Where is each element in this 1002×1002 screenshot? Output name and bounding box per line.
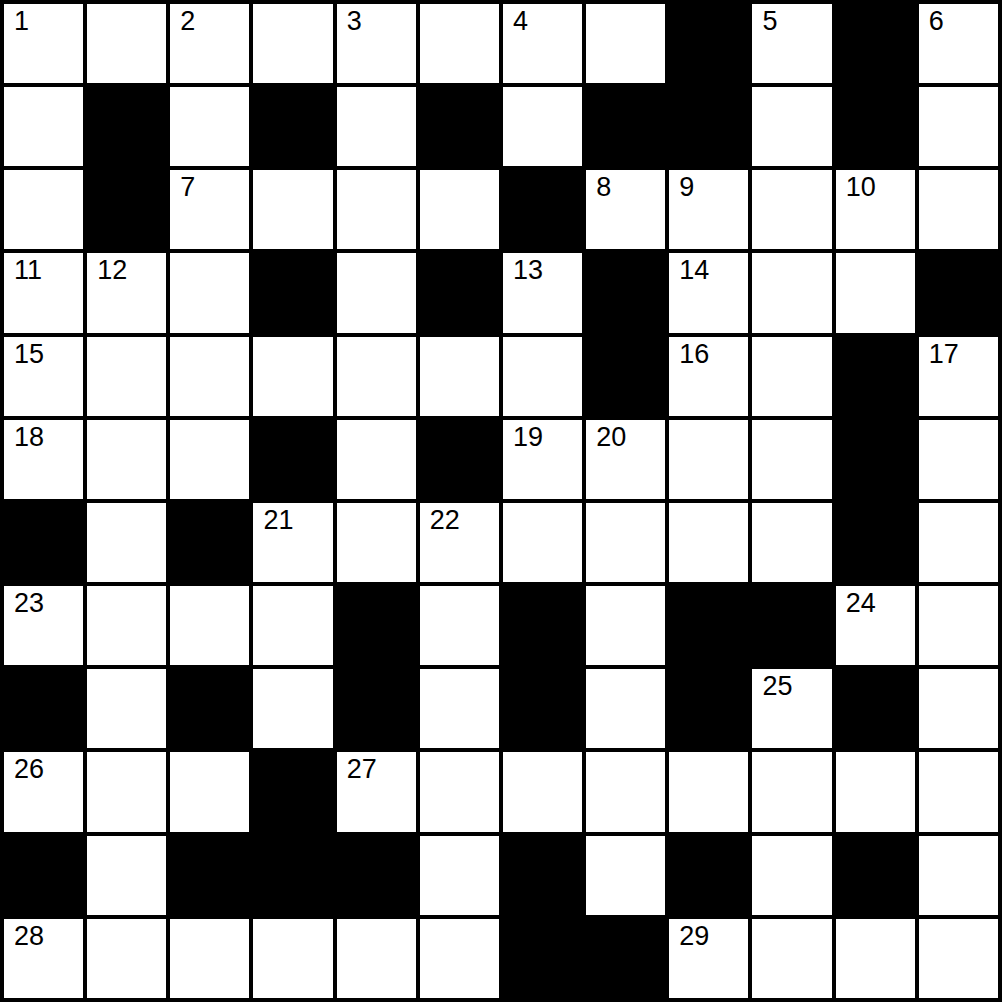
block-cell-r4c7 <box>586 337 665 416</box>
block-cell-r10c8 <box>669 836 748 915</box>
clue-number-14: 14 <box>679 257 709 284</box>
clue-number-26: 26 <box>14 756 44 783</box>
grid-cell-r7c5[interactable] <box>420 586 499 665</box>
grid-cell-r5c0[interactable]: 18 <box>4 420 83 499</box>
grid-cell-r0c5[interactable] <box>420 4 499 83</box>
grid-cell-r0c6[interactable]: 4 <box>503 4 582 83</box>
grid-cell-r6c1[interactable] <box>87 503 166 582</box>
grid-cell-r6c6[interactable] <box>503 503 582 582</box>
grid-cell-r7c3[interactable] <box>253 586 332 665</box>
grid-cell-r0c4[interactable]: 3 <box>337 4 416 83</box>
grid-cell-r1c9[interactable] <box>752 87 831 166</box>
block-cell-r6c10 <box>836 503 915 582</box>
grid-cell-r4c1[interactable] <box>87 337 166 416</box>
grid-cell-r6c8[interactable] <box>669 503 748 582</box>
clue-number-5: 5 <box>762 8 777 35</box>
clue-number-9: 9 <box>679 174 694 201</box>
grid-cell-r11c10[interactable] <box>836 919 915 998</box>
block-cell-r3c3 <box>253 253 332 332</box>
grid-cell-r3c0[interactable]: 11 <box>4 253 83 332</box>
grid-cell-r5c2[interactable] <box>170 420 249 499</box>
block-cell-r10c0 <box>4 836 83 915</box>
grid-cell-r10c9[interactable] <box>752 836 831 915</box>
grid-cell-r3c1[interactable]: 12 <box>87 253 166 332</box>
grid-cell-r3c9[interactable] <box>752 253 831 332</box>
grid-cell-r5c7[interactable]: 20 <box>586 420 665 499</box>
grid-cell-r11c4[interactable] <box>337 919 416 998</box>
grid-cell-r11c8[interactable]: 29 <box>669 919 748 998</box>
block-cell-r1c7 <box>586 87 665 166</box>
grid-cell-r5c4[interactable] <box>337 420 416 499</box>
grid-cell-r0c9[interactable]: 5 <box>752 4 831 83</box>
grid-cell-r6c9[interactable] <box>752 503 831 582</box>
grid-cell-r0c2[interactable]: 2 <box>170 4 249 83</box>
grid-cell-r0c1[interactable] <box>87 4 166 83</box>
grid-cell-r2c0[interactable] <box>4 170 83 249</box>
block-cell-r8c0 <box>4 669 83 748</box>
grid-cell-r11c2[interactable] <box>170 919 249 998</box>
clue-number-12: 12 <box>97 257 127 284</box>
block-cell-r0c8 <box>669 4 748 83</box>
grid-cell-r7c10[interactable]: 24 <box>836 586 915 665</box>
clue-number-3: 3 <box>347 8 362 35</box>
clue-number-8: 8 <box>596 174 611 201</box>
grid-cell-r11c3[interactable] <box>253 919 332 998</box>
grid-cell-r2c10[interactable]: 10 <box>836 170 915 249</box>
grid-cell-r3c6[interactable]: 13 <box>503 253 582 332</box>
grid-cell-r9c11[interactable] <box>919 752 998 831</box>
grid-cell-r2c2[interactable]: 7 <box>170 170 249 249</box>
grid-cell-r6c5[interactable]: 22 <box>420 503 499 582</box>
grid-cell-r4c4[interactable] <box>337 337 416 416</box>
grid-cell-r7c2[interactable] <box>170 586 249 665</box>
grid-cell-r1c4[interactable] <box>337 87 416 166</box>
grid-cell-r0c11[interactable]: 6 <box>919 4 998 83</box>
grid-cell-r7c1[interactable] <box>87 586 166 665</box>
grid-cell-r4c9[interactable] <box>752 337 831 416</box>
block-cell-r10c4 <box>337 836 416 915</box>
crossword-board: 1234567891011121314151617181920212223242… <box>0 0 1002 1002</box>
block-cell-r11c7 <box>586 919 665 998</box>
clue-number-1: 1 <box>14 8 29 35</box>
block-cell-r2c1 <box>87 170 166 249</box>
clue-number-11: 11 <box>14 257 42 284</box>
grid-cell-r10c7[interactable] <box>586 836 665 915</box>
clue-number-27: 27 <box>347 756 377 783</box>
grid-cell-r2c9[interactable] <box>752 170 831 249</box>
block-cell-r1c10 <box>836 87 915 166</box>
clue-number-15: 15 <box>14 341 44 368</box>
grid-cell-r6c7[interactable] <box>586 503 665 582</box>
block-cell-r7c6 <box>503 586 582 665</box>
grid-cell-r2c3[interactable] <box>253 170 332 249</box>
clue-number-16: 16 <box>679 341 709 368</box>
grid-cell-r8c7[interactable] <box>586 669 665 748</box>
grid-cell-r2c11[interactable] <box>919 170 998 249</box>
block-cell-r11c6 <box>503 919 582 998</box>
clue-number-18: 18 <box>14 424 44 451</box>
clue-number-23: 23 <box>14 590 44 617</box>
grid-cell-r7c11[interactable] <box>919 586 998 665</box>
grid-cell-r9c2[interactable] <box>170 752 249 831</box>
grid-cell-r3c4[interactable] <box>337 253 416 332</box>
grid-cell-r9c10[interactable] <box>836 752 915 831</box>
grid-cell-r8c3[interactable] <box>253 669 332 748</box>
grid-cell-r9c4[interactable]: 27 <box>337 752 416 831</box>
clue-number-4: 4 <box>513 8 528 35</box>
grid-cell-r10c5[interactable] <box>420 836 499 915</box>
grid-cell-r9c1[interactable] <box>87 752 166 831</box>
clue-number-19: 19 <box>513 424 543 451</box>
grid-cell-r9c9[interactable] <box>752 752 831 831</box>
block-cell-r3c5 <box>420 253 499 332</box>
grid-cell-r0c7[interactable] <box>586 4 665 83</box>
grid-cell-r11c9[interactable] <box>752 919 831 998</box>
grid-cell-r3c8[interactable]: 14 <box>669 253 748 332</box>
grid-cell-r11c0[interactable]: 28 <box>4 919 83 998</box>
grid-cell-r3c2[interactable] <box>170 253 249 332</box>
grid-cell-r9c8[interactable] <box>669 752 748 831</box>
grid-cell-r11c11[interactable] <box>919 919 998 998</box>
block-cell-r8c2 <box>170 669 249 748</box>
grid-cell-r11c5[interactable] <box>420 919 499 998</box>
grid-cell-r4c8[interactable]: 16 <box>669 337 748 416</box>
clue-number-17: 17 <box>929 341 959 368</box>
block-cell-r7c9 <box>752 586 831 665</box>
grid-cell-r1c11[interactable] <box>919 87 998 166</box>
clue-number-25: 25 <box>762 673 792 700</box>
block-cell-r3c11 <box>919 253 998 332</box>
block-cell-r10c6 <box>503 836 582 915</box>
grid-cell-r5c6[interactable]: 19 <box>503 420 582 499</box>
grid-cell-r9c5[interactable] <box>420 752 499 831</box>
block-cell-r7c8 <box>669 586 748 665</box>
block-cell-r5c3 <box>253 420 332 499</box>
grid-cell-r5c8[interactable] <box>669 420 748 499</box>
grid-cell-r10c11[interactable] <box>919 836 998 915</box>
grid-cell-r6c4[interactable] <box>337 503 416 582</box>
block-cell-r5c5 <box>420 420 499 499</box>
grid-cell-r7c0[interactable]: 23 <box>4 586 83 665</box>
block-cell-r6c0 <box>4 503 83 582</box>
grid-cell-r11c1[interactable] <box>87 919 166 998</box>
grid-cell-r9c7[interactable] <box>586 752 665 831</box>
grid-cell-r8c9[interactable]: 25 <box>752 669 831 748</box>
block-cell-r7c4 <box>337 586 416 665</box>
clue-number-29: 29 <box>679 923 709 950</box>
grid-cell-r5c1[interactable] <box>87 420 166 499</box>
grid-cell-r5c11[interactable] <box>919 420 998 499</box>
grid-cell-r2c4[interactable] <box>337 170 416 249</box>
grid-cell-r1c6[interactable] <box>503 87 582 166</box>
grid-cell-r5c9[interactable] <box>752 420 831 499</box>
grid-cell-r0c3[interactable] <box>253 4 332 83</box>
grid-cell-r6c3[interactable]: 21 <box>253 503 332 582</box>
block-cell-r10c3 <box>253 836 332 915</box>
grid-cell-r4c3[interactable] <box>253 337 332 416</box>
block-cell-r9c3 <box>253 752 332 831</box>
block-cell-r10c2 <box>170 836 249 915</box>
block-cell-r1c1 <box>87 87 166 166</box>
clue-number-6: 6 <box>929 8 944 35</box>
grid-cell-r4c0[interactable]: 15 <box>4 337 83 416</box>
grid-cell-r2c8[interactable]: 9 <box>669 170 748 249</box>
clue-number-21: 21 <box>263 507 293 534</box>
block-cell-r2c6 <box>503 170 582 249</box>
block-cell-r1c3 <box>253 87 332 166</box>
block-cell-r5c10 <box>836 420 915 499</box>
grid-cell-r4c6[interactable] <box>503 337 582 416</box>
grid-cell-r4c5[interactable] <box>420 337 499 416</box>
block-cell-r8c8 <box>669 669 748 748</box>
grid-cell-r4c11[interactable]: 17 <box>919 337 998 416</box>
clue-number-24: 24 <box>846 590 876 617</box>
clue-number-10: 10 <box>846 174 876 201</box>
block-cell-r8c10 <box>836 669 915 748</box>
grid-cell-r8c11[interactable] <box>919 669 998 748</box>
block-cell-r1c5 <box>420 87 499 166</box>
clue-number-20: 20 <box>596 424 626 451</box>
grid-cell-r2c7[interactable]: 8 <box>586 170 665 249</box>
grid-cell-r7c7[interactable] <box>586 586 665 665</box>
grid-cell-r0c0[interactable]: 1 <box>4 4 83 83</box>
grid-cell-r10c1[interactable] <box>87 836 166 915</box>
grid-cell-r6c11[interactable] <box>919 503 998 582</box>
grid-cell-r9c6[interactable] <box>503 752 582 831</box>
grid-cell-r3c10[interactable] <box>836 253 915 332</box>
grid-cell-r4c2[interactable] <box>170 337 249 416</box>
block-cell-r6c2 <box>170 503 249 582</box>
grid-cell-r2c5[interactable] <box>420 170 499 249</box>
clue-number-7: 7 <box>180 174 195 201</box>
block-cell-r3c7 <box>586 253 665 332</box>
clue-number-28: 28 <box>14 923 44 950</box>
block-cell-r10c10 <box>836 836 915 915</box>
grid-cell-r8c5[interactable] <box>420 669 499 748</box>
block-cell-r4c10 <box>836 337 915 416</box>
clue-number-2: 2 <box>180 8 195 35</box>
block-cell-r8c4 <box>337 669 416 748</box>
block-cell-r1c8 <box>669 87 748 166</box>
grid-cell-r1c2[interactable] <box>170 87 249 166</box>
grid-cell-r1c0[interactable] <box>4 87 83 166</box>
grid-cell-r8c1[interactable] <box>87 669 166 748</box>
clue-number-13: 13 <box>513 257 543 284</box>
block-cell-r8c6 <box>503 669 582 748</box>
clue-number-22: 22 <box>430 507 460 534</box>
grid-cell-r9c0[interactable]: 26 <box>4 752 83 831</box>
block-cell-r0c10 <box>836 4 915 83</box>
